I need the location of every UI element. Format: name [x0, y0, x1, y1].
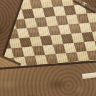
chessboard-photo: [0, 0, 96, 96]
lighting-vignette: [0, 0, 96, 96]
board-photo-layer: [0, 0, 96, 96]
